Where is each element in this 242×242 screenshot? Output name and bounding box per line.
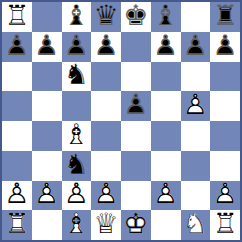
square-h2[interactable]: ♟♙ (210, 181, 240, 211)
square-f2[interactable]: ♟♙ (151, 181, 181, 211)
white-pawn-icon: ♟♙ (210, 181, 240, 211)
square-d2[interactable]: ♟♙ (91, 181, 121, 211)
chess-board: ♜♖♝♗♛♕♚♔♝♗♜♖♟♙♟♙♟♙♟♙♟♙♟♙♟♙♞♘♟♙♟♙♝♗♞♘♟♙♟♙… (0, 0, 242, 242)
square-b2[interactable]: ♟♙ (32, 181, 62, 211)
square-e5[interactable]: ♟♙ (121, 91, 151, 121)
square-d1[interactable]: ♛♕ (91, 210, 121, 240)
square-h1[interactable]: ♜♖ (210, 210, 240, 240)
black-pawn-icon: ♟♙ (151, 32, 181, 62)
square-g1[interactable]: ♞♘ (181, 210, 211, 240)
square-d4[interactable] (91, 121, 121, 151)
square-a1[interactable]: ♜♖ (2, 210, 32, 240)
square-a2[interactable]: ♟♙ (2, 181, 32, 211)
white-rook-icon: ♜♖ (210, 210, 240, 240)
square-e8[interactable]: ♚♔ (121, 2, 151, 32)
square-g2[interactable] (181, 181, 211, 211)
square-e1[interactable]: ♚♔ (121, 210, 151, 240)
black-bishop-icon: ♝♗ (151, 2, 181, 32)
square-c7[interactable]: ♟♙ (62, 32, 92, 62)
square-h3[interactable] (210, 151, 240, 181)
square-c8[interactable]: ♝♗ (62, 2, 92, 32)
black-knight-icon: ♞♘ (62, 62, 92, 92)
square-g8[interactable] (181, 2, 211, 32)
square-g3[interactable] (181, 151, 211, 181)
square-d8[interactable]: ♛♕ (91, 2, 121, 32)
square-c5[interactable] (62, 91, 92, 121)
square-g5[interactable]: ♟♙ (181, 91, 211, 121)
square-d6[interactable] (91, 62, 121, 92)
black-rook-icon: ♜♖ (210, 2, 240, 32)
square-h5[interactable] (210, 91, 240, 121)
square-e4[interactable] (121, 121, 151, 151)
white-knight-icon: ♞♘ (181, 210, 211, 240)
white-pawn-icon: ♟♙ (62, 181, 92, 211)
square-e2[interactable] (121, 181, 151, 211)
white-pawn-icon: ♟♙ (181, 91, 211, 121)
white-pawn-icon: ♟♙ (32, 181, 62, 211)
square-f6[interactable] (151, 62, 181, 92)
black-king-icon: ♚♔ (121, 2, 151, 32)
square-f7[interactable]: ♟♙ (151, 32, 181, 62)
square-b4[interactable] (32, 121, 62, 151)
square-h7[interactable]: ♟♙ (210, 32, 240, 62)
square-c3[interactable]: ♞♘ (62, 151, 92, 181)
square-a6[interactable] (2, 62, 32, 92)
black-pawn-icon: ♟♙ (62, 32, 92, 62)
square-h6[interactable] (210, 62, 240, 92)
square-a7[interactable]: ♟♙ (2, 32, 32, 62)
black-knight-icon: ♞♘ (62, 151, 92, 181)
white-pawn-icon: ♟♙ (2, 181, 32, 211)
black-pawn-icon: ♟♙ (181, 32, 211, 62)
square-g4[interactable] (181, 121, 211, 151)
square-d5[interactable] (91, 91, 121, 121)
square-a4[interactable] (2, 121, 32, 151)
square-b3[interactable] (32, 151, 62, 181)
square-e6[interactable] (121, 62, 151, 92)
square-a3[interactable] (2, 151, 32, 181)
square-f5[interactable] (151, 91, 181, 121)
black-pawn-icon: ♟♙ (210, 32, 240, 62)
white-pawn-icon: ♟♙ (151, 181, 181, 211)
square-f1[interactable] (151, 210, 181, 240)
square-g7[interactable]: ♟♙ (181, 32, 211, 62)
square-h8[interactable]: ♜♖ (210, 2, 240, 32)
white-pawn-icon: ♟♙ (91, 181, 121, 211)
black-pawn-icon: ♟♙ (121, 91, 151, 121)
white-bishop-icon: ♝♗ (62, 210, 92, 240)
white-bishop-icon: ♝♗ (62, 121, 92, 151)
square-a8[interactable]: ♜♖ (2, 2, 32, 32)
square-c1[interactable]: ♝♗ (62, 210, 92, 240)
square-b6[interactable] (32, 62, 62, 92)
square-f8[interactable]: ♝♗ (151, 2, 181, 32)
square-c6[interactable]: ♞♘ (62, 62, 92, 92)
white-rook-icon: ♜♖ (2, 2, 32, 32)
square-b7[interactable]: ♟♙ (32, 32, 62, 62)
black-pawn-icon: ♟♙ (91, 32, 121, 62)
square-h4[interactable] (210, 121, 240, 151)
square-b1[interactable] (32, 210, 62, 240)
square-c4[interactable]: ♝♗ (62, 121, 92, 151)
square-f3[interactable] (151, 151, 181, 181)
black-queen-icon: ♛♕ (91, 2, 121, 32)
square-f4[interactable] (151, 121, 181, 151)
square-e7[interactable] (121, 32, 151, 62)
square-c2[interactable]: ♟♙ (62, 181, 92, 211)
black-pawn-icon: ♟♙ (32, 32, 62, 62)
square-d3[interactable] (91, 151, 121, 181)
square-g6[interactable] (181, 62, 211, 92)
white-rook-icon: ♜♖ (2, 210, 32, 240)
white-queen-icon: ♛♕ (91, 210, 121, 240)
square-e3[interactable] (121, 151, 151, 181)
black-pawn-icon: ♟♙ (2, 32, 32, 62)
square-a5[interactable] (2, 91, 32, 121)
black-bishop-icon: ♝♗ (62, 2, 92, 32)
white-king-icon: ♚♔ (121, 210, 151, 240)
square-d7[interactable]: ♟♙ (91, 32, 121, 62)
square-b5[interactable] (32, 91, 62, 121)
square-b8[interactable] (32, 2, 62, 32)
